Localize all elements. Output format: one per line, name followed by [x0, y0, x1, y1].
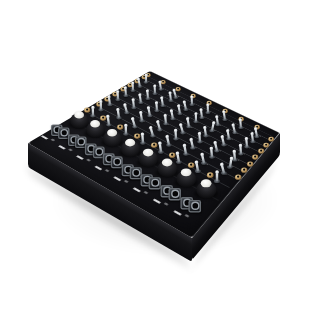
printed-mark — [208, 136, 210, 137]
printed-mark — [249, 135, 250, 136]
printed-mark — [170, 144, 172, 145]
printed-label — [113, 176, 121, 181]
printed-mark — [102, 109, 104, 110]
printed-label — [163, 202, 168, 205]
printed-mark — [201, 141, 203, 142]
printed-row-line — [96, 105, 237, 179]
printed-label — [104, 169, 109, 172]
printed-row-line — [86, 111, 230, 187]
printed-mark — [225, 173, 227, 174]
printed-mark — [159, 83, 160, 84]
printed-mark — [183, 103, 184, 104]
printed-mark — [135, 126, 137, 127]
printed-mark — [184, 133, 186, 134]
printed-label — [40, 135, 48, 139]
printed-mark — [148, 128, 150, 129]
printed-mark — [160, 129, 162, 130]
printed-label — [94, 166, 102, 171]
printed-mark — [220, 125, 221, 126]
printed-mark — [183, 146, 185, 147]
printed-mark — [138, 96, 140, 97]
printed-row-line — [135, 82, 265, 146]
printed-mark — [254, 141, 255, 142]
printed-label — [76, 155, 84, 160]
printed-mark — [161, 100, 163, 101]
printed-mark — [123, 89, 125, 90]
printed-mark — [220, 165, 222, 166]
printed-mark — [123, 106, 125, 107]
printed-mark — [231, 138, 233, 139]
printed-mark — [152, 135, 154, 136]
printed-label — [133, 187, 141, 192]
printed-mark — [197, 134, 199, 135]
printed-mark — [143, 121, 145, 122]
printed-mark — [188, 154, 190, 155]
printed-mark — [232, 152, 234, 153]
printed-mark — [237, 160, 239, 161]
printed-mark — [243, 153, 245, 154]
printed-mark — [139, 114, 141, 115]
printed-mark — [119, 118, 121, 119]
printed-mark — [226, 132, 227, 133]
printed-row-line — [142, 78, 270, 140]
printed-mark — [214, 143, 216, 144]
printed-mark — [197, 122, 199, 123]
product-photo-matrix-mixer — [0, 0, 320, 320]
printed-mark — [132, 120, 134, 121]
printed-mark — [237, 133, 238, 134]
printed-mark — [214, 130, 216, 131]
printed-mark — [130, 85, 132, 86]
printed-mark — [242, 127, 243, 128]
printed-label — [153, 199, 161, 204]
printed-mark — [165, 137, 167, 138]
printed-mark — [213, 157, 215, 158]
printed-label — [173, 210, 182, 216]
printed-mark — [144, 76, 145, 77]
printed-label — [68, 148, 73, 151]
printed-mark — [231, 166, 233, 167]
printed-label — [124, 179, 129, 182]
printed-mark — [203, 116, 204, 117]
printed-mark — [259, 136, 260, 137]
printed-mark — [206, 163, 208, 164]
printed-label — [58, 145, 66, 150]
printed-label — [86, 158, 91, 161]
printed-mark — [186, 120, 188, 121]
printed-mark — [173, 131, 175, 132]
printed-row-line — [105, 100, 244, 172]
printed-mark — [232, 126, 233, 127]
printed-label — [184, 214, 189, 218]
printed-mark — [254, 129, 255, 130]
printed-mark — [195, 147, 197, 148]
printed-label — [143, 191, 148, 194]
printed-mark — [177, 138, 179, 139]
printed-mark — [127, 112, 129, 113]
printed-mark — [191, 127, 193, 128]
printed-mark — [249, 147, 251, 148]
printed-mark — [219, 150, 221, 151]
printed-mark — [174, 119, 176, 120]
printed-label — [50, 138, 55, 141]
printed-mark — [193, 115, 195, 116]
printed-mark — [167, 95, 168, 96]
printed-mark — [243, 140, 244, 141]
